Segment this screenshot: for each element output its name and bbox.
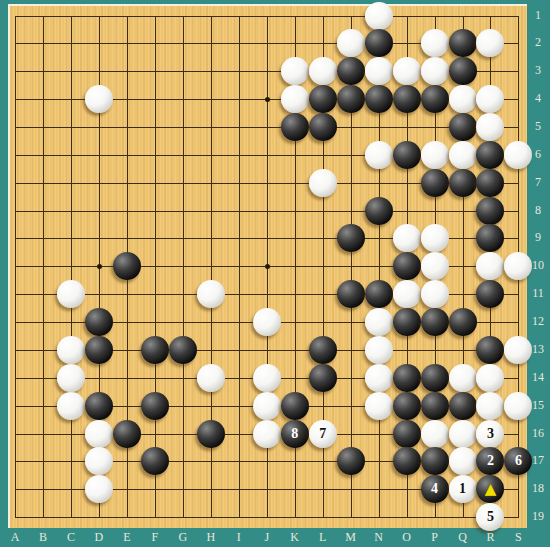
column-label-M: M [343, 530, 359, 545]
row-label-19: 19 [528, 509, 548, 524]
row-label-8: 8 [528, 203, 548, 218]
column-label-B: B [35, 530, 51, 545]
column-label-C: C [63, 530, 79, 545]
column-label-S: S [510, 530, 526, 545]
row-label-16: 16 [528, 426, 548, 441]
goban[interactable] [8, 4, 527, 528]
row-label-12: 12 [528, 314, 548, 329]
column-label-H: H [203, 530, 219, 545]
row-label-13: 13 [528, 342, 548, 357]
row-label-5: 5 [528, 119, 548, 134]
row-label-18: 18 [528, 481, 548, 496]
column-label-O: O [399, 530, 415, 545]
column-label-L: L [315, 530, 331, 545]
row-label-7: 7 [528, 175, 548, 190]
column-label-N: N [371, 530, 387, 545]
row-label-6: 6 [528, 147, 548, 162]
row-label-9: 9 [528, 230, 548, 245]
column-label-D: D [91, 530, 107, 545]
row-label-14: 14 [528, 370, 548, 385]
row-label-17: 17 [528, 453, 548, 468]
column-label-Q: Q [455, 530, 471, 545]
column-label-G: G [175, 530, 191, 545]
column-label-F: F [147, 530, 163, 545]
row-label-11: 11 [528, 286, 548, 301]
column-label-K: K [287, 530, 303, 545]
column-label-E: E [119, 530, 135, 545]
row-label-3: 3 [528, 63, 548, 78]
row-label-2: 2 [528, 35, 548, 50]
row-label-10: 10 [528, 258, 548, 273]
column-label-P: P [427, 530, 443, 545]
column-label-I: I [231, 530, 247, 545]
column-label-J: J [259, 530, 275, 545]
go-board-window: 8732641▲5 ABCDEFGHIJKLMNOPQRS12345678910… [0, 0, 550, 547]
row-label-4: 4 [528, 91, 548, 106]
column-label-R: R [482, 530, 498, 545]
column-label-A: A [7, 530, 23, 545]
row-label-15: 15 [528, 398, 548, 413]
row-label-1: 1 [528, 8, 548, 23]
